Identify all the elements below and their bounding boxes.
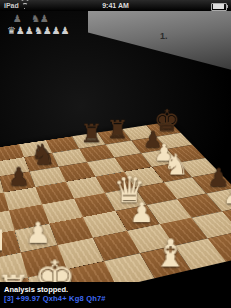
battery-icon [211,3,227,11]
piece-black-rook-e8[interactable]: ♜ [73,121,109,147]
piece-white-pawn-a3[interactable]: ♟ [0,226,26,255]
captured-pawn-icon: ♟ [52,25,61,37]
analysis-status-text: Analysis stopped. [4,285,227,294]
chess-board[interactable]: ♜♜♚♟♞♟♟♟♞♛♟♟♟♟♟♜♚♝♜ [0,122,231,282]
piece-white-pawn-e3[interactable]: ♟ [119,199,166,227]
captured-pawn-icon: ♟ [61,25,70,37]
analysis-line-text: [3] +99.97 Qxh4+ Kg8 Qh7# [4,294,227,304]
square-b6[interactable]: ♟ [0,171,35,192]
move-list-panel: 1. [88,11,231,97]
captured-white-pieces-row: ♛♟♟♞♟♟♟ [7,25,70,37]
board-area: 1. ♟♞♟ ♛♟♟♞♟♟♟ ♜♜♚♟♞♟♟♟♞♛♟♟♟♟♟♜♚♝♜ [0,11,231,282]
piece-white-bishop-e1[interactable]: ♝ [144,235,197,273]
piece-white-rook-a1[interactable]: ♜ [0,271,42,282]
captured-piece-trays: ♟♞♟ ♛♟♟♞♟♟♟ [7,13,70,37]
captured-pawn-icon: ♟ [13,13,22,25]
square-e1[interactable]: ♝ [140,246,191,279]
captured-knight-icon: ♞ [31,13,40,25]
analysis-bar: Analysis stopped. [3] +99.97 Qxh4+ Kg8 Q… [0,282,231,308]
captured-black-pieces-row: ♟♞♟ [7,13,70,25]
move-number-label: 1. [160,31,168,41]
captured-pawn-icon: ♟ [43,25,52,37]
captured-pawn-icon: ♟ [25,25,34,37]
chess-app-screen: iPad 9:41 AM 1. ♟♞♟ ♛♟♟♞♟♟♟ ♜♜♚♟♞♟♟♟♞♛♟♟… [0,0,231,308]
piece-black-pawn-b6[interactable]: ♟ [0,164,40,189]
square-d2[interactable] [93,231,140,261]
square-e3[interactable]: ♟ [115,205,159,231]
square-c5[interactable] [35,182,74,205]
status-time: 9:41 AM [0,0,231,11]
captured-knight-icon: ♞ [34,25,43,37]
captured-pawn-icon: ♟ [16,25,25,37]
captured-queen-icon: ♛ [7,25,16,37]
piece-white-knight-g5[interactable]: ♞ [156,150,197,179]
piece-white-pawn-h3[interactable]: ♟ [213,182,231,208]
status-bar: iPad 9:41 AM [0,0,231,11]
captured-pawn-icon: ♟ [40,13,49,25]
